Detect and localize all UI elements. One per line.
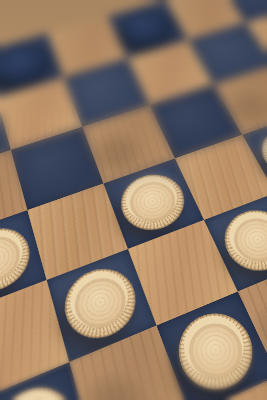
checkers-board-photo: ⛂⛂⛀⛀⛀⛀⛀⛀⛀ [0, 0, 267, 400]
checkers-board: ⛂⛂⛀⛀⛀⛀⛀⛀⛀ [0, 0, 267, 400]
